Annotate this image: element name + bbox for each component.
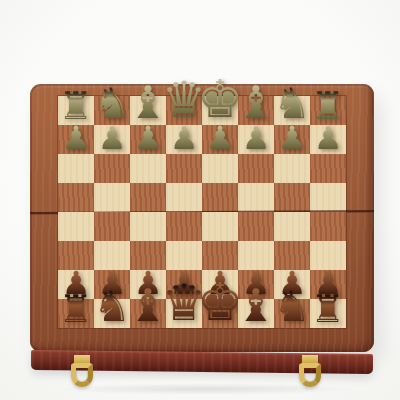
square-f3	[238, 241, 274, 270]
square-c5	[130, 183, 166, 212]
square-d1: ♛	[166, 299, 202, 328]
square-c8: ♝	[130, 96, 166, 125]
piece-metal-knight: ♞	[93, 83, 131, 125]
square-f1: ♝	[238, 299, 274, 328]
piece-metal-queen: ♛	[162, 75, 207, 125]
square-a4	[58, 212, 94, 241]
square-h4	[310, 212, 346, 241]
square-e8: ♚	[202, 96, 238, 125]
square-a3	[58, 241, 94, 270]
square-f8: ♝	[238, 96, 274, 125]
piece-wood-pawn: ♟	[98, 267, 127, 299]
piece-metal-pawn: ♟	[170, 122, 199, 154]
square-c4	[130, 212, 166, 241]
square-f6	[238, 154, 274, 183]
square-f2: ♟	[238, 270, 274, 299]
piece-metal-pawn: ♟	[242, 122, 271, 154]
square-e4	[202, 212, 238, 241]
square-b8: ♞	[94, 96, 130, 125]
piece-metal-bishop: ♝	[128, 80, 168, 125]
square-e5	[202, 183, 238, 212]
square-a5	[58, 183, 94, 212]
square-h2: ♟	[310, 270, 346, 299]
square-c1: ♝	[130, 299, 166, 328]
square-h6	[310, 154, 346, 183]
square-a7: ♟	[58, 125, 94, 154]
piece-wood-pawn: ♟	[134, 267, 163, 299]
piece-wood-pawn: ♟	[170, 267, 199, 299]
square-h7: ♟	[310, 125, 346, 154]
square-a8: ♜	[58, 96, 94, 125]
square-e6	[202, 154, 238, 183]
square-h3	[310, 241, 346, 270]
square-e1: ♚	[202, 299, 238, 328]
piece-wood-pawn: ♟	[314, 267, 343, 299]
piece-wood-pawn: ♟	[242, 267, 271, 299]
square-g8: ♞	[274, 96, 310, 125]
square-a6	[58, 154, 94, 183]
chessboard-grid: ♜♞♝♛♚♝♞♜♟♟♟♟♟♟♟♟♟♟♟♟♟♟♟♟♜♞♝♛♚♝♞♜	[58, 96, 346, 328]
square-b3	[94, 241, 130, 270]
square-d6	[166, 154, 202, 183]
square-f4	[238, 212, 274, 241]
square-g5	[274, 183, 310, 212]
square-b2: ♟	[94, 270, 130, 299]
square-f5	[238, 183, 274, 212]
square-h1: ♜	[310, 299, 346, 328]
square-g2: ♟	[274, 270, 310, 299]
square-e2: ♟	[202, 270, 238, 299]
square-c6	[130, 154, 166, 183]
square-e3	[202, 241, 238, 270]
square-g7: ♟	[274, 125, 310, 154]
piece-metal-rook: ♜	[59, 87, 93, 125]
piece-metal-king: ♚	[197, 73, 244, 125]
square-d2: ♟	[166, 270, 202, 299]
square-d8: ♛	[166, 96, 202, 125]
square-g1: ♞	[274, 299, 310, 328]
chess-box: ♜♞♝♛♚♝♞♜♟♟♟♟♟♟♟♟♟♟♟♟♟♟♟♟♜♞♝♛♚♝♞♜	[30, 84, 374, 352]
square-d7: ♟	[166, 125, 202, 154]
piece-metal-pawn: ♟	[278, 122, 307, 154]
piece-metal-bishop: ♝	[236, 80, 276, 125]
square-c2: ♟	[130, 270, 166, 299]
square-c3	[130, 241, 166, 270]
square-g6	[274, 154, 310, 183]
square-g4	[274, 212, 310, 241]
square-a2: ♟	[58, 270, 94, 299]
square-f7: ♟	[238, 125, 274, 154]
piece-wood-pawn: ♟	[62, 267, 91, 299]
square-b4	[94, 212, 130, 241]
piece-metal-pawn: ♟	[314, 122, 343, 154]
product-photo: ♜♞♝♛♚♝♞♜♟♟♟♟♟♟♟♟♟♟♟♟♟♟♟♟♜♞♝♛♚♝♞♜	[0, 0, 400, 400]
drop-shadow	[55, 383, 355, 395]
square-h8: ♜	[310, 96, 346, 125]
square-c7: ♟	[130, 125, 166, 154]
square-b5	[94, 183, 130, 212]
square-b7: ♟	[94, 125, 130, 154]
square-g3	[274, 241, 310, 270]
piece-metal-pawn: ♟	[62, 122, 91, 154]
piece-metal-pawn: ♟	[98, 122, 127, 154]
piece-wood-pawn: ♟	[278, 267, 307, 299]
square-e7: ♟	[202, 125, 238, 154]
square-a1: ♜	[58, 299, 94, 328]
piece-metal-rook: ♜	[311, 87, 345, 125]
square-d5	[166, 183, 202, 212]
piece-metal-pawn: ♟	[206, 122, 235, 154]
square-d3	[166, 241, 202, 270]
square-d4	[166, 212, 202, 241]
square-b1: ♞	[94, 299, 130, 328]
piece-metal-pawn: ♟	[134, 122, 163, 154]
piece-metal-knight: ♞	[273, 83, 311, 125]
piece-wood-pawn: ♟	[206, 267, 235, 299]
square-b6	[94, 154, 130, 183]
square-h5	[310, 183, 346, 212]
